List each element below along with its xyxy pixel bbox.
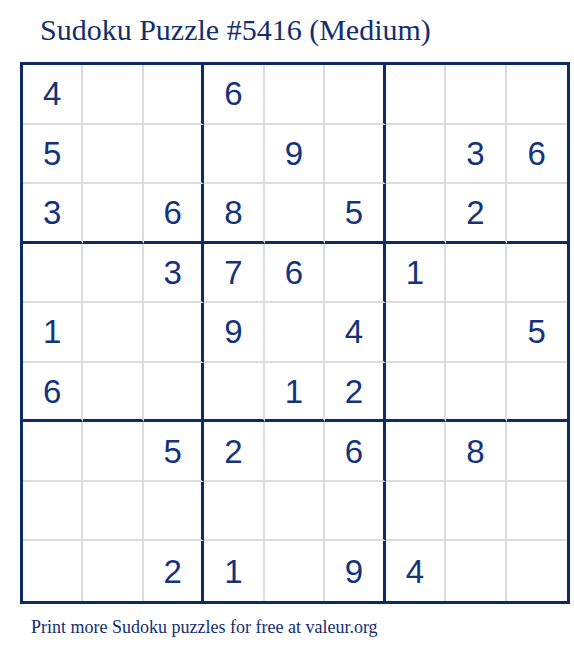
cell-r4c9 bbox=[507, 244, 567, 304]
cell-r5c1: 1 bbox=[23, 303, 83, 363]
cell-r2c3 bbox=[144, 125, 204, 185]
cell-r3c8: 2 bbox=[446, 184, 506, 244]
cell-r8c5 bbox=[265, 482, 325, 542]
cell-r4c2 bbox=[83, 244, 143, 304]
cell-r7c2 bbox=[83, 422, 143, 482]
cell-r4c4: 7 bbox=[204, 244, 264, 304]
cell-r6c4 bbox=[204, 363, 264, 423]
cell-r5c5 bbox=[265, 303, 325, 363]
cell-r9c8 bbox=[446, 541, 506, 601]
cell-r4c1 bbox=[23, 244, 83, 304]
cell-r2c5: 9 bbox=[265, 125, 325, 185]
cell-r9c5 bbox=[265, 541, 325, 601]
cell-r1c4: 6 bbox=[204, 65, 264, 125]
cell-r3c1: 3 bbox=[23, 184, 83, 244]
cell-r6c8 bbox=[446, 363, 506, 423]
cell-r1c7 bbox=[386, 65, 446, 125]
cell-r8c7 bbox=[386, 482, 446, 542]
cell-r7c8: 8 bbox=[446, 422, 506, 482]
cell-r3c3: 6 bbox=[144, 184, 204, 244]
cell-r6c6: 2 bbox=[325, 363, 385, 423]
cell-r9c2 bbox=[83, 541, 143, 601]
cell-r1c9 bbox=[507, 65, 567, 125]
cell-r7c1 bbox=[23, 422, 83, 482]
cell-r3c5 bbox=[265, 184, 325, 244]
cell-r8c1 bbox=[23, 482, 83, 542]
cell-r1c3 bbox=[144, 65, 204, 125]
cell-r9c9 bbox=[507, 541, 567, 601]
cell-r1c2 bbox=[83, 65, 143, 125]
cell-r7c4: 2 bbox=[204, 422, 264, 482]
cell-r6c9 bbox=[507, 363, 567, 423]
cell-r7c7 bbox=[386, 422, 446, 482]
page-title: Sudoku Puzzle #5416 (Medium) bbox=[0, 0, 574, 47]
cell-r9c3: 2 bbox=[144, 541, 204, 601]
cell-r2c1: 5 bbox=[23, 125, 83, 185]
cell-r3c7 bbox=[386, 184, 446, 244]
cell-r4c8 bbox=[446, 244, 506, 304]
cell-r3c2 bbox=[83, 184, 143, 244]
cell-r8c3 bbox=[144, 482, 204, 542]
cell-r1c1: 4 bbox=[23, 65, 83, 125]
cell-r7c6: 6 bbox=[325, 422, 385, 482]
cell-r2c7 bbox=[386, 125, 446, 185]
cell-r7c5 bbox=[265, 422, 325, 482]
footer-text: Print more Sudoku puzzles for free at va… bbox=[31, 617, 378, 638]
cell-r6c2 bbox=[83, 363, 143, 423]
cell-r9c6: 9 bbox=[325, 541, 385, 601]
cell-r2c2 bbox=[83, 125, 143, 185]
cell-r4c6 bbox=[325, 244, 385, 304]
cell-r4c5: 6 bbox=[265, 244, 325, 304]
cell-r6c3 bbox=[144, 363, 204, 423]
cell-r3c9 bbox=[507, 184, 567, 244]
cell-r2c4 bbox=[204, 125, 264, 185]
cell-r7c3: 5 bbox=[144, 422, 204, 482]
cell-r8c2 bbox=[83, 482, 143, 542]
cell-r1c6 bbox=[325, 65, 385, 125]
cell-r4c3: 3 bbox=[144, 244, 204, 304]
cell-r5c3 bbox=[144, 303, 204, 363]
cell-r5c6: 4 bbox=[325, 303, 385, 363]
sudoku-board: 465936368523761194561252682194 bbox=[20, 62, 570, 604]
cell-r4c7: 1 bbox=[386, 244, 446, 304]
cell-r1c8 bbox=[446, 65, 506, 125]
cell-r3c6: 5 bbox=[325, 184, 385, 244]
cell-r9c7: 4 bbox=[386, 541, 446, 601]
cell-r5c8 bbox=[446, 303, 506, 363]
cell-r8c8 bbox=[446, 482, 506, 542]
cell-r2c6 bbox=[325, 125, 385, 185]
cell-r6c5: 1 bbox=[265, 363, 325, 423]
cell-r5c9: 5 bbox=[507, 303, 567, 363]
cell-r2c8: 3 bbox=[446, 125, 506, 185]
cell-r5c7 bbox=[386, 303, 446, 363]
sudoku-sheet: Sudoku Puzzle #5416 (Medium) 46593636852… bbox=[0, 0, 574, 651]
cell-r7c9 bbox=[507, 422, 567, 482]
cell-r8c6 bbox=[325, 482, 385, 542]
cell-r6c1: 6 bbox=[23, 363, 83, 423]
cell-r8c9 bbox=[507, 482, 567, 542]
cell-r2c9: 6 bbox=[507, 125, 567, 185]
cell-r5c4: 9 bbox=[204, 303, 264, 363]
cell-r6c7 bbox=[386, 363, 446, 423]
cell-r9c1 bbox=[23, 541, 83, 601]
cell-r1c5 bbox=[265, 65, 325, 125]
cell-r5c2 bbox=[83, 303, 143, 363]
cell-r9c4: 1 bbox=[204, 541, 264, 601]
cell-r8c4 bbox=[204, 482, 264, 542]
cell-r3c4: 8 bbox=[204, 184, 264, 244]
